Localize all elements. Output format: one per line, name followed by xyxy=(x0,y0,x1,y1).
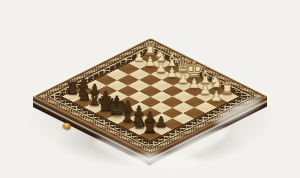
chess-set-photo: ♜♞♝♛♚♝♞♜♟♟♟♟♟♟♟♟♟♟♟♟♟♟♟♟♜♞♝♛♚♝♞♜ xyxy=(0,0,300,178)
white-pawn-a2[interactable]: ♟ xyxy=(133,50,145,63)
white-pawn-b2[interactable]: ♟ xyxy=(144,56,156,69)
pieces-layer: ♜♞♝♛♚♝♞♜♟♟♟♟♟♟♟♟♟♟♟♟♟♟♟♟♜♞♝♛♚♝♞♜ xyxy=(0,0,300,178)
black-rook-h8[interactable]: ♜ xyxy=(142,118,158,136)
white-pawn-h2[interactable]: ♟ xyxy=(210,88,223,102)
